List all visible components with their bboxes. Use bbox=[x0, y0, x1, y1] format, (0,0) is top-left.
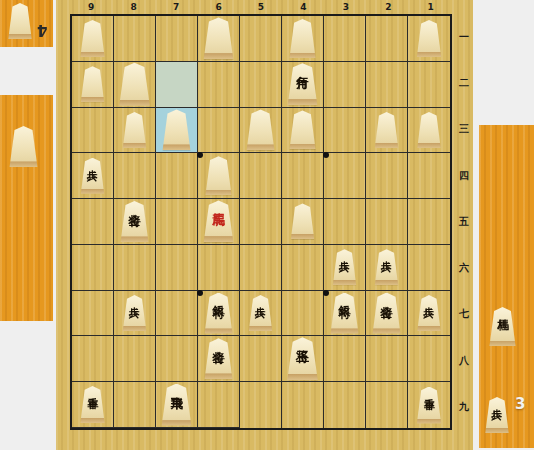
square-86[interactable] bbox=[114, 245, 156, 291]
square-56[interactable] bbox=[240, 245, 282, 291]
piece-sente-角行[interactable]: 角行 bbox=[286, 63, 319, 105]
piece-gote-桂馬[interactable]: 桂馬 bbox=[288, 19, 317, 58]
square-68[interactable]: 金将 bbox=[198, 336, 240, 382]
gote-pawn-count: 4 bbox=[37, 21, 47, 39]
square-24[interactable] bbox=[366, 153, 408, 199]
piece-sente-金将[interactable]: 金将 bbox=[371, 293, 402, 334]
shogi-app: 歩兵 4 銀将 987654321 一二三四五六七八九 香車飛車桂馬香車歩兵王将… bbox=[0, 0, 534, 450]
square-41[interactable]: 桂馬 bbox=[282, 16, 324, 62]
square-69[interactable] bbox=[198, 382, 240, 428]
square-79[interactable]: 飛車 bbox=[156, 382, 198, 428]
rank-label-2: 二 bbox=[455, 60, 473, 106]
square-53[interactable]: 金将 bbox=[240, 108, 282, 154]
sente-hand-knight-slot: 桂馬 bbox=[488, 307, 517, 346]
square-59[interactable] bbox=[240, 382, 282, 428]
piece-sente-金将[interactable]: 金将 bbox=[203, 338, 234, 379]
square-67[interactable]: 銀将 bbox=[198, 291, 240, 337]
piece-gote-歩兵[interactable]: 歩兵 bbox=[80, 66, 106, 102]
piece-sente-飛車[interactable]: 飛車 bbox=[160, 384, 193, 426]
square-72[interactable] bbox=[156, 62, 198, 108]
piece-gote-歩兵[interactable]: 歩兵 bbox=[416, 112, 442, 148]
sente-komadai: 桂馬 歩兵 3 bbox=[479, 125, 534, 448]
square-47[interactable] bbox=[282, 291, 324, 337]
piece-gote-香車[interactable]: 香車 bbox=[79, 20, 106, 57]
file-label-3: 3 bbox=[325, 1, 367, 13]
rank-label-7: 七 bbox=[455, 291, 473, 337]
square-54[interactable] bbox=[240, 153, 282, 199]
shogi-board: 987654321 一二三四五六七八九 香車飛車桂馬香車歩兵王将角行歩兵銀将金将… bbox=[56, 0, 473, 450]
square-65[interactable]: 龍馬 bbox=[198, 199, 240, 245]
square-31[interactable] bbox=[324, 16, 366, 62]
square-83[interactable]: 歩兵 bbox=[114, 108, 156, 154]
square-12[interactable] bbox=[408, 62, 450, 108]
square-44[interactable] bbox=[282, 153, 324, 199]
square-78[interactable] bbox=[156, 336, 198, 382]
file-label-1: 1 bbox=[410, 1, 452, 13]
square-18[interactable] bbox=[408, 336, 450, 382]
square-75[interactable] bbox=[156, 199, 198, 245]
square-37[interactable]: 銀将 bbox=[324, 291, 366, 337]
piece-sente-歩兵[interactable]: 歩兵 bbox=[248, 295, 274, 331]
square-61[interactable]: 飛車 bbox=[198, 16, 240, 62]
gote-hand-pawn-slot: 歩兵 bbox=[7, 3, 33, 39]
square-94[interactable]: 歩兵 bbox=[72, 153, 114, 199]
piece-gote-飛車[interactable]: 飛車 bbox=[202, 17, 235, 59]
piece-sente-歩兵[interactable]: 歩兵 bbox=[80, 158, 106, 194]
square-27[interactable]: 金将 bbox=[366, 291, 408, 337]
piece-sente-玉将[interactable]: 玉将 bbox=[286, 337, 320, 380]
piece-gote-金将[interactable]: 金将 bbox=[245, 109, 276, 150]
square-84[interactable] bbox=[114, 153, 156, 199]
square-25[interactable] bbox=[366, 199, 408, 245]
square-96[interactable] bbox=[72, 245, 114, 291]
piece-gote-香車[interactable]: 香車 bbox=[416, 20, 443, 57]
square-76[interactable] bbox=[156, 245, 198, 291]
square-64[interactable]: 桂馬 bbox=[198, 153, 240, 199]
square-63[interactable] bbox=[198, 108, 240, 154]
square-99[interactable]: 香車 bbox=[72, 382, 114, 428]
square-35[interactable] bbox=[324, 199, 366, 245]
square-85[interactable]: 金将 bbox=[114, 199, 156, 245]
piece-sente-香車[interactable]: 香車 bbox=[79, 386, 106, 423]
square-43[interactable]: 桂馬 bbox=[282, 108, 324, 154]
sente-pawn-count: 3 bbox=[515, 395, 525, 413]
file-label-9: 9 bbox=[70, 1, 112, 13]
piece-sente-歩兵[interactable]: 歩兵 bbox=[484, 397, 510, 433]
rank-label-6: 六 bbox=[455, 245, 473, 291]
square-89[interactable] bbox=[114, 382, 156, 428]
hoshi-dot bbox=[323, 290, 329, 296]
piece-gote-桂馬[interactable]: 桂馬 bbox=[204, 156, 233, 195]
square-26[interactable]: 歩兵 bbox=[366, 245, 408, 291]
piece-sente-香車[interactable]: 香車 bbox=[416, 387, 443, 424]
piece-sente-歩兵[interactable]: 歩兵 bbox=[416, 295, 442, 331]
file-label-5: 5 bbox=[240, 1, 282, 13]
file-label-4: 4 bbox=[282, 1, 324, 13]
piece-gote-歩兵[interactable]: 歩兵 bbox=[290, 203, 316, 239]
file-label-2: 2 bbox=[367, 1, 409, 13]
board-grid: 香車飛車桂馬香車歩兵王将角行歩兵銀将金将桂馬歩兵歩兵歩兵桂馬金将龍馬歩兵歩兵歩兵… bbox=[70, 14, 452, 430]
square-95[interactable] bbox=[72, 199, 114, 245]
square-74[interactable] bbox=[156, 153, 198, 199]
rank-label-3: 三 bbox=[455, 106, 473, 152]
rank-label-8: 八 bbox=[455, 338, 473, 384]
square-42[interactable]: 角行 bbox=[282, 62, 324, 108]
square-33[interactable] bbox=[324, 108, 366, 154]
square-22[interactable] bbox=[366, 62, 408, 108]
piece-gote-桂馬[interactable]: 桂馬 bbox=[288, 110, 317, 149]
square-14[interactable] bbox=[408, 153, 450, 199]
piece-sente-銀将[interactable]: 銀将 bbox=[329, 293, 360, 334]
piece-sente-銀将[interactable]: 銀将 bbox=[203, 293, 234, 334]
piece-sente-歩兵[interactable]: 歩兵 bbox=[332, 249, 358, 285]
square-58[interactable] bbox=[240, 336, 282, 382]
piece-gote-歩兵[interactable]: 歩兵 bbox=[374, 112, 400, 148]
square-13[interactable]: 歩兵 bbox=[408, 108, 450, 154]
square-55[interactable] bbox=[240, 199, 282, 245]
square-81[interactable] bbox=[114, 16, 156, 62]
square-15[interactable] bbox=[408, 199, 450, 245]
piece-gote-歩兵[interactable]: 歩兵 bbox=[7, 3, 33, 39]
square-21[interactable] bbox=[366, 16, 408, 62]
rank-label-4: 四 bbox=[455, 153, 473, 199]
piece-gote-銀将[interactable]: 銀将 bbox=[8, 126, 39, 167]
file-label-6: 6 bbox=[197, 1, 239, 13]
piece-sente-歩兵[interactable]: 歩兵 bbox=[122, 295, 148, 331]
square-36[interactable]: 歩兵 bbox=[324, 245, 366, 291]
square-98[interactable] bbox=[72, 336, 114, 382]
square-88[interactable] bbox=[114, 336, 156, 382]
rank-label-9: 九 bbox=[455, 384, 473, 430]
sente-hand-pawn-slot: 歩兵 bbox=[484, 397, 510, 433]
square-11[interactable]: 香車 bbox=[408, 16, 450, 62]
square-82[interactable]: 王将 bbox=[114, 62, 156, 108]
square-19[interactable]: 香車 bbox=[408, 382, 450, 428]
piece-gote-王将[interactable]: 王将 bbox=[118, 63, 152, 106]
piece-sente-桂馬[interactable]: 桂馬 bbox=[488, 307, 517, 346]
square-48[interactable]: 玉将 bbox=[282, 336, 324, 382]
piece-gote-銀将[interactable]: 銀将 bbox=[161, 109, 192, 150]
piece-sente-歩兵[interactable]: 歩兵 bbox=[374, 249, 400, 285]
square-32[interactable] bbox=[324, 62, 366, 108]
rank-label-5: 五 bbox=[455, 199, 473, 245]
piece-gote-歩兵[interactable]: 歩兵 bbox=[122, 112, 148, 148]
rank-label-1: 一 bbox=[455, 14, 473, 60]
gote-hand-silver-slot: 銀将 bbox=[8, 126, 39, 167]
square-28[interactable] bbox=[366, 336, 408, 382]
square-91[interactable]: 香車 bbox=[72, 16, 114, 62]
square-17[interactable]: 歩兵 bbox=[408, 291, 450, 337]
square-38[interactable] bbox=[324, 336, 366, 382]
hoshi-dot bbox=[197, 290, 203, 296]
piece-sente-龍馬[interactable]: 龍馬 bbox=[202, 200, 235, 242]
square-52[interactable] bbox=[240, 62, 282, 108]
square-87[interactable]: 歩兵 bbox=[114, 291, 156, 337]
square-73[interactable]: 銀将 bbox=[156, 108, 198, 154]
gote-hand-pawn-tile: 歩兵 4 bbox=[0, 0, 53, 47]
square-71[interactable] bbox=[156, 16, 198, 62]
square-97[interactable] bbox=[72, 291, 114, 337]
square-51[interactable] bbox=[240, 16, 282, 62]
square-29[interactable] bbox=[366, 382, 408, 428]
square-92[interactable]: 歩兵 bbox=[72, 62, 114, 108]
file-label-8: 8 bbox=[112, 1, 154, 13]
file-label-7: 7 bbox=[155, 1, 197, 13]
square-66[interactable] bbox=[198, 245, 240, 291]
square-34[interactable] bbox=[324, 153, 366, 199]
gote-komadai: 銀将 bbox=[0, 95, 53, 321]
square-23[interactable]: 歩兵 bbox=[366, 108, 408, 154]
square-46[interactable] bbox=[282, 245, 324, 291]
square-16[interactable] bbox=[408, 245, 450, 291]
square-45[interactable]: 歩兵 bbox=[282, 199, 324, 245]
square-77[interactable] bbox=[156, 291, 198, 337]
square-39[interactable] bbox=[324, 382, 366, 428]
piece-sente-金将[interactable]: 金将 bbox=[119, 201, 150, 242]
square-49[interactable] bbox=[282, 382, 324, 428]
square-62[interactable] bbox=[198, 62, 240, 108]
square-93[interactable] bbox=[72, 108, 114, 154]
square-57[interactable]: 歩兵 bbox=[240, 291, 282, 337]
